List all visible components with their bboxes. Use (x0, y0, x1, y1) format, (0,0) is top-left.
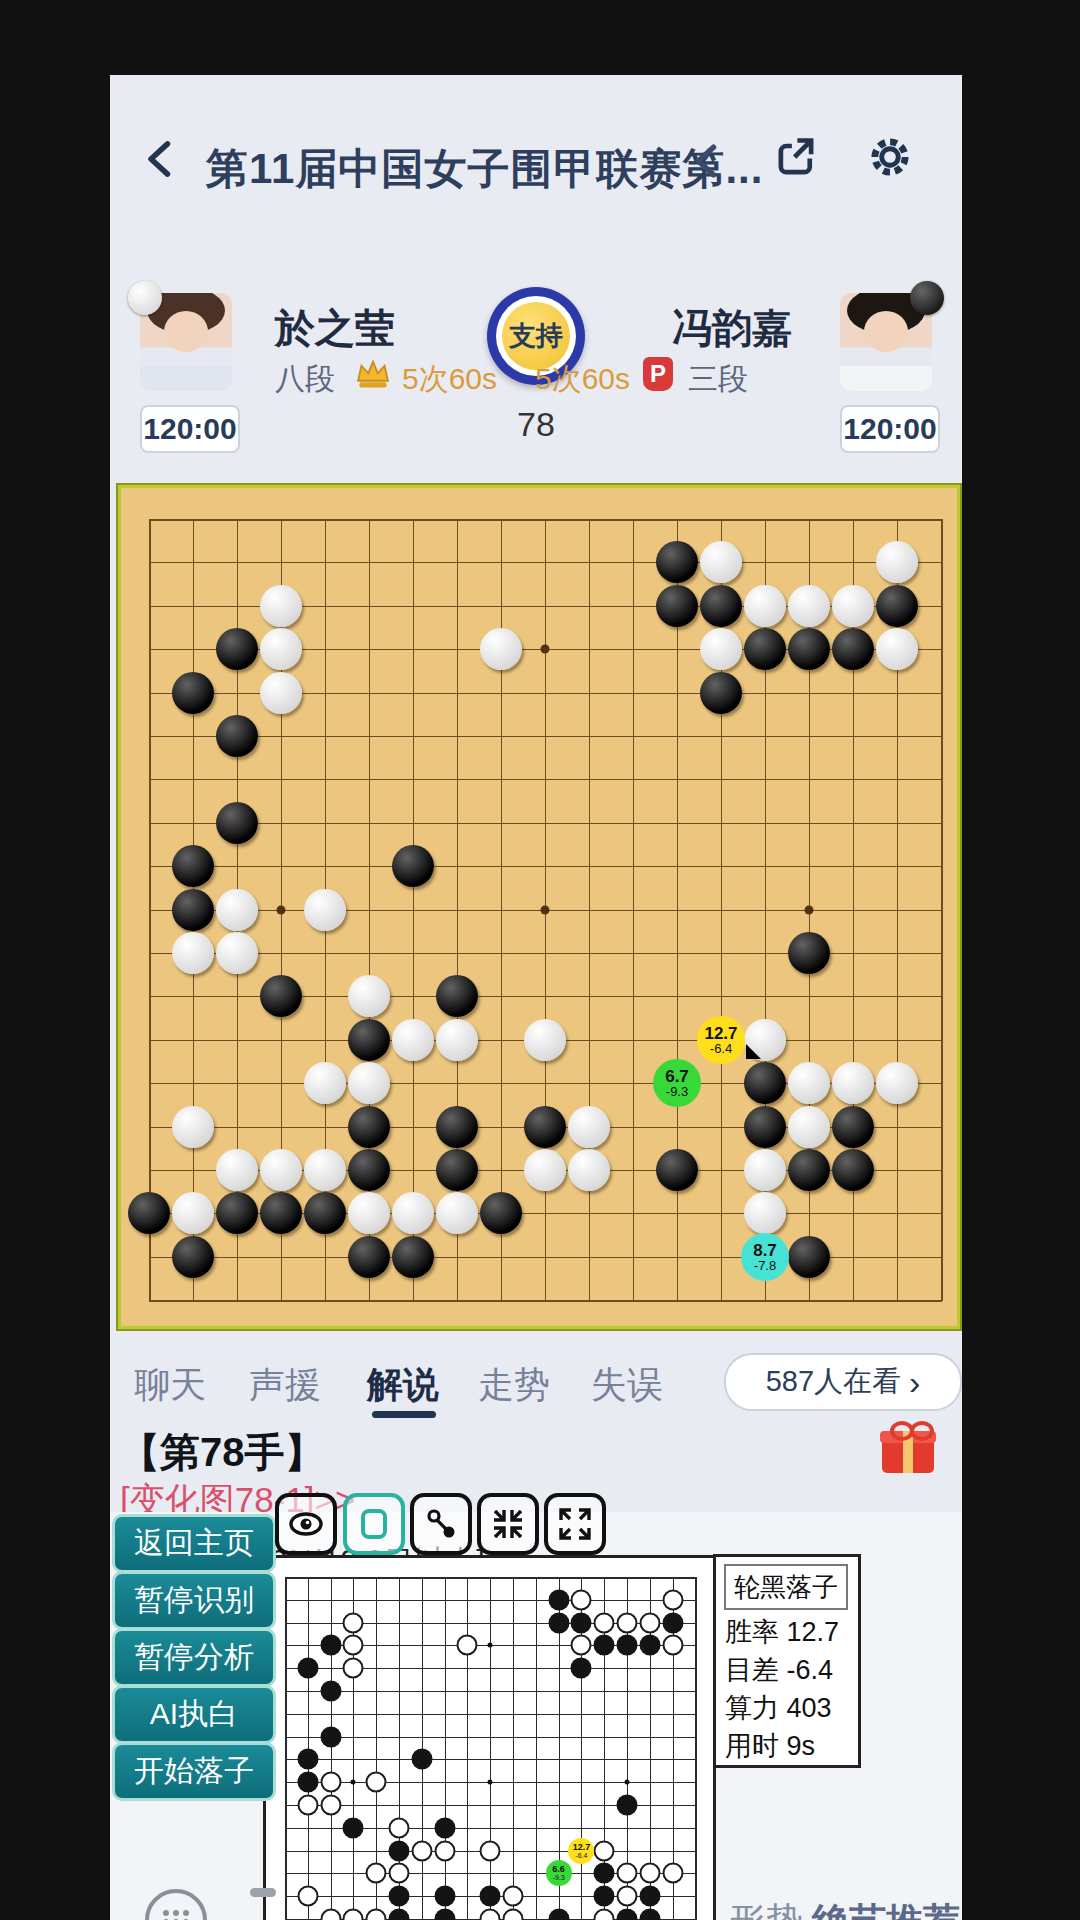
black-stone (832, 1149, 874, 1191)
black-stone (343, 1817, 364, 1838)
white-stone (457, 1635, 478, 1656)
white-stone (366, 1772, 387, 1793)
white-stone (343, 1612, 364, 1633)
grid-line-v (695, 1577, 697, 1920)
gift-icon[interactable] (880, 1421, 936, 1475)
black-stone-badge (910, 281, 944, 315)
time-line: 用时 9s (725, 1728, 815, 1764)
white-stone (617, 1863, 638, 1884)
white-stone (876, 628, 918, 670)
settings-icon[interactable] (868, 135, 912, 179)
star-point (625, 1780, 630, 1785)
white-stone (304, 889, 346, 931)
ai-recommend-button[interactable]: 绝艺推荐 (812, 1897, 960, 1920)
black-stone (788, 628, 830, 670)
black-stone (744, 1062, 786, 1104)
black-stone (260, 1192, 302, 1234)
active-tab-underline (372, 1411, 436, 1418)
player-left-byoyomi: 5次60s (402, 359, 497, 400)
expand-icon[interactable] (544, 1493, 606, 1555)
white-stone (662, 1635, 683, 1656)
page-title: 第11届中国女子围甲联赛第... (206, 141, 763, 197)
white-stone (436, 1192, 478, 1234)
player-right-byoyomi: 5次60s (535, 359, 630, 400)
player-right-rank: 三段 (688, 359, 748, 400)
visits-line: 算力 403 (725, 1690, 832, 1726)
ai-move-label: 6.7-9.3 (653, 1059, 701, 1107)
branch-icon[interactable] (410, 1493, 472, 1555)
white-stone (700, 541, 742, 583)
black-stone (348, 1019, 390, 1061)
viewers-pill[interactable]: 587人在看 › (724, 1353, 962, 1411)
black-stone (436, 1149, 478, 1191)
black-stone (656, 585, 698, 627)
black-stone (389, 1886, 410, 1907)
white-stone (297, 1886, 318, 1907)
black-stone (832, 1106, 874, 1148)
white-stone (172, 932, 214, 974)
ai-white-button[interactable]: AI执白 (112, 1685, 276, 1744)
star-point (488, 1780, 493, 1785)
white-stone (260, 1149, 302, 1191)
eye-icon[interactable] (275, 1493, 337, 1555)
black-stone (662, 1612, 683, 1633)
black-stone (832, 628, 874, 670)
black-stone (548, 1612, 569, 1633)
white-stone (700, 628, 742, 670)
prev-move-icon[interactable] (686, 139, 730, 183)
white-stone (568, 1106, 610, 1148)
black-stone (297, 1658, 318, 1679)
white-stone (304, 1062, 346, 1104)
white-stone (216, 932, 258, 974)
move-header: 【第78手】 (120, 1425, 325, 1480)
winrate-line: 胜率 12.7 (725, 1614, 839, 1650)
tab-cheer[interactable]: 声援 (249, 1361, 321, 1410)
grid-line-v (445, 1577, 446, 1920)
white-stone (172, 1192, 214, 1234)
black-stone (320, 1635, 341, 1656)
black-stone (594, 1863, 615, 1884)
keyboard-icon[interactable] (143, 1887, 209, 1920)
black-stone (788, 1236, 830, 1278)
grid-line-v (490, 1577, 491, 1920)
star-point (488, 1643, 493, 1648)
p-badge: P (643, 357, 673, 391)
grid-line-v (467, 1577, 468, 1920)
black-stone (216, 1192, 258, 1234)
white-stone (216, 1149, 258, 1191)
star-point (277, 905, 286, 914)
black-stone (788, 1149, 830, 1191)
go-board-mini[interactable]: 12.7-6.46.6-9.38.7-7.8 (263, 1555, 716, 1920)
star-point (541, 905, 550, 914)
white-stone (480, 1840, 501, 1861)
black-stone (216, 802, 258, 844)
grid-line-v (633, 519, 634, 1301)
start-play-button[interactable]: 开始落子 (112, 1742, 276, 1801)
black-stone (172, 1236, 214, 1278)
black-stone (744, 1106, 786, 1148)
black-stone (436, 1106, 478, 1148)
ai-move-label: 12.7-6.4 (568, 1838, 594, 1864)
black-stone (389, 1840, 410, 1861)
white-stone (348, 1192, 390, 1234)
white-stone (389, 1863, 410, 1884)
black-stone (260, 975, 302, 1017)
white-stone (297, 1795, 318, 1816)
grid-line-v (941, 519, 943, 1301)
black-stone (700, 672, 742, 714)
grid-line-v (513, 1577, 514, 1920)
white-stone (524, 1149, 566, 1191)
tab-mistakes[interactable]: 失误 (591, 1361, 663, 1410)
white-stone (480, 1909, 501, 1920)
white-stone (392, 1019, 434, 1061)
black-stone (172, 845, 214, 887)
white-stone (434, 1840, 455, 1861)
black-stone (639, 1635, 660, 1656)
black-stone (411, 1749, 432, 1770)
score-line: 目差 -6.4 (725, 1652, 833, 1688)
black-stone (548, 1909, 569, 1920)
white-stone (343, 1658, 364, 1679)
black-stone (436, 975, 478, 1017)
black-stone (348, 1149, 390, 1191)
timer-left: 120:00 (140, 405, 240, 453)
shape-button[interactable]: 形势 (729, 1897, 803, 1920)
share-icon[interactable] (774, 135, 818, 179)
white-stone (260, 672, 302, 714)
white-stone (568, 1149, 610, 1191)
chevron-right-icon: › (909, 1363, 920, 1402)
black-stone (480, 1886, 501, 1907)
white-stone (392, 1192, 434, 1234)
white-stone (480, 628, 522, 670)
black-stone (392, 845, 434, 887)
go-board-main[interactable]: 12.7-6.46.7-9.38.7-7.8 (118, 485, 960, 1329)
black-stone (571, 1658, 592, 1679)
white-stone (343, 1909, 364, 1920)
white-stone-badge (128, 281, 162, 315)
white-stone (594, 1840, 615, 1861)
tab-chat[interactable]: 聊天 (134, 1361, 206, 1410)
white-stone (662, 1589, 683, 1610)
black-stone (656, 1149, 698, 1191)
black-stone (348, 1106, 390, 1148)
black-stone (172, 672, 214, 714)
white-stone (832, 1062, 874, 1104)
black-stone (594, 1886, 615, 1907)
frame-icon[interactable] (343, 1493, 405, 1555)
white-stone (876, 541, 918, 583)
black-stone (434, 1909, 455, 1920)
white-stone (343, 1635, 364, 1656)
black-stone (617, 1635, 638, 1656)
grid-line-v (285, 1577, 287, 1920)
white-stone (524, 1019, 566, 1061)
black-stone (348, 1236, 390, 1278)
black-stone (480, 1192, 522, 1234)
black-stone (617, 1795, 638, 1816)
black-stone (216, 628, 258, 670)
black-stone (216, 715, 258, 757)
grid-line-h (149, 1300, 942, 1302)
star-point (351, 1780, 356, 1785)
black-stone (744, 628, 786, 670)
home-button[interactable]: 返回主页 (112, 1514, 276, 1573)
black-stone (389, 1909, 410, 1920)
white-stone (571, 1635, 592, 1656)
black-stone (434, 1886, 455, 1907)
black-stone (297, 1772, 318, 1793)
collapse-icon[interactable] (477, 1493, 539, 1555)
white-stone (639, 1612, 660, 1633)
white-stone (876, 1062, 918, 1104)
pause-analysis-button[interactable]: 暂停分析 (112, 1628, 276, 1687)
white-stone (320, 1909, 341, 1920)
black-stone (297, 1749, 318, 1770)
go-broadcast-app: 第11届中国女子围甲联赛第... 於之莹 八段 5次60s 120:00 支持 … (110, 75, 962, 1920)
player-right-name: 冯韵嘉 (672, 301, 792, 356)
black-stone (524, 1106, 566, 1148)
black-stone (639, 1909, 660, 1920)
crown-icon (354, 357, 392, 391)
white-stone (260, 628, 302, 670)
pause-recognition-button[interactable]: 暂停识别 (112, 1571, 276, 1630)
black-stone (876, 585, 918, 627)
black-stone (788, 932, 830, 974)
white-stone (348, 1062, 390, 1104)
ai-move-label: 12.7-6.4 (697, 1016, 745, 1064)
white-stone (571, 1589, 592, 1610)
white-stone (788, 1062, 830, 1104)
white-stone (320, 1772, 341, 1793)
white-stone (744, 585, 786, 627)
ai-stats-panel: 轮黑落子 胜率 12.7 目差 -6.4 算力 403 用时 9s (713, 1554, 861, 1768)
white-stone (260, 585, 302, 627)
tab-trend[interactable]: 走势 (478, 1361, 550, 1410)
white-stone (389, 1817, 410, 1838)
white-stone (594, 1909, 615, 1920)
player-left-rank: 八段 (275, 359, 335, 400)
phone-screen: 第11届中国女子围甲联赛第... 於之莹 八段 5次60s 120:00 支持 … (0, 0, 1080, 1920)
white-stone (348, 975, 390, 1017)
white-stone (216, 889, 258, 931)
black-stone (617, 1909, 638, 1920)
ai-move-label: 6.6-9.3 (546, 1860, 572, 1886)
white-stone (436, 1019, 478, 1061)
black-stone (172, 889, 214, 931)
black-stone (392, 1236, 434, 1278)
star-point (541, 645, 550, 654)
white-stone (172, 1106, 214, 1148)
white-stone (788, 1106, 830, 1148)
white-stone (744, 1192, 786, 1234)
black-stone (656, 541, 698, 583)
black-stone (320, 1681, 341, 1702)
last-move-marker (746, 1044, 761, 1059)
white-stone (744, 1149, 786, 1191)
grid-line-v (331, 1577, 332, 1920)
black-stone (434, 1817, 455, 1838)
ai-move-label: 8.7-7.8 (741, 1233, 789, 1281)
black-stone (304, 1192, 346, 1234)
viewers-count: 587人在看 (766, 1362, 901, 1402)
black-stone (594, 1635, 615, 1656)
black-stone (700, 585, 742, 627)
black-stone (571, 1612, 592, 1633)
white-stone (411, 1840, 432, 1861)
white-stone (366, 1863, 387, 1884)
move-number: 78 (517, 405, 555, 444)
white-stone (617, 1612, 638, 1633)
grid-line-v (536, 1577, 537, 1920)
white-stone (503, 1909, 524, 1920)
back-icon[interactable] (140, 137, 184, 181)
black-stone (548, 1589, 569, 1610)
white-stone (639, 1863, 660, 1884)
timer-right: 120:00 (840, 405, 940, 453)
white-stone (320, 1795, 341, 1816)
white-stone (366, 1909, 387, 1920)
white-stone (788, 585, 830, 627)
white-stone (304, 1149, 346, 1191)
tab-commentary[interactable]: 解说 (367, 1361, 439, 1410)
star-point (805, 905, 814, 914)
white-stone (594, 1612, 615, 1633)
black-stone (639, 1886, 660, 1907)
player-left-name: 於之莹 (275, 301, 395, 356)
black-stone (320, 1726, 341, 1747)
white-stone (832, 585, 874, 627)
black-stone (128, 1192, 170, 1234)
white-stone (617, 1886, 638, 1907)
white-stone (503, 1886, 524, 1907)
white-stone (662, 1863, 683, 1884)
drag-handle[interactable] (250, 1888, 276, 1897)
turn-indicator: 轮黑落子 (724, 1564, 848, 1610)
